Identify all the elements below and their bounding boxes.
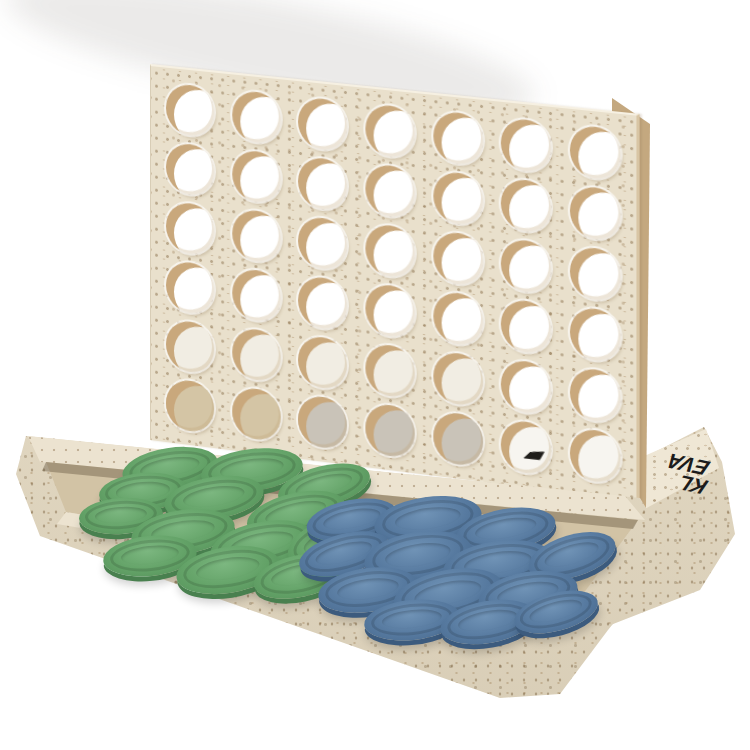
scene: KL EVA	[0, 0, 750, 750]
disc-tray-contents	[0, 0, 750, 750]
